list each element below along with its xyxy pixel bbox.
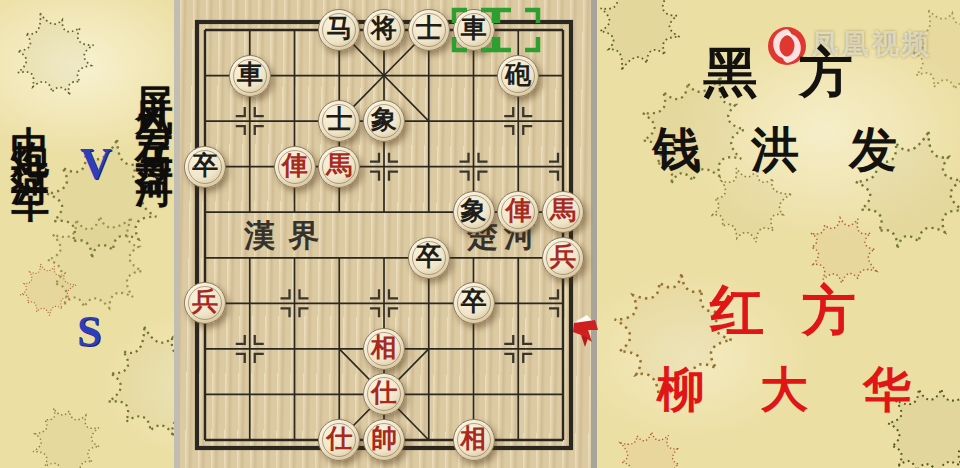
piece-character: 砲	[505, 62, 531, 88]
piece-character: 马	[326, 16, 352, 42]
xiangqi-piece-red[interactable]: 相	[363, 328, 405, 370]
last-move-highlight-bracket	[495, 7, 541, 53]
red-player-name: 柳大华	[657, 366, 960, 414]
last-move-highlight-bracket	[451, 7, 497, 53]
xiangqi-piece-black[interactable]: 卒	[184, 146, 226, 188]
piece-character: 相	[371, 335, 397, 361]
piece-character: 馬	[550, 198, 576, 224]
piece-character: 車	[237, 62, 263, 88]
xiangqi-piece-red[interactable]: 相	[453, 419, 495, 461]
piece-character: 象	[461, 198, 487, 224]
xiangqi-piece-red[interactable]: 馬	[542, 191, 584, 233]
black-side-label: 黑方	[703, 46, 895, 100]
piece-character: 兵	[192, 289, 218, 315]
xiangqi-board[interactable]: 漢界 楚河 马将士車車砲士象卒俥馬象俥馬卒兵兵卒相仕仕帥相	[174, 0, 597, 468]
xiangqi-piece-red[interactable]: 仕	[318, 419, 360, 461]
red-opening-caption: 中炮过河车	[11, 96, 49, 166]
piece-character: 帥	[371, 426, 397, 452]
river-label-left: 漢界	[244, 220, 332, 251]
xiangqi-piece-red[interactable]: 馬	[318, 146, 360, 188]
piece-character: 俥	[282, 153, 308, 179]
broadcast-frame: 漢界 楚河 马将士車車砲士象卒俥馬象俥馬卒兵兵卒相仕仕帥相 中炮过河车 V S …	[0, 0, 960, 468]
xiangqi-piece-black[interactable]: 象	[363, 100, 405, 142]
piece-character: 兵	[550, 244, 576, 270]
black-player-name: 钱洪发	[653, 126, 947, 174]
red-side-label: 红方	[710, 284, 894, 338]
red-arrow-decoration	[573, 314, 599, 350]
piece-character: 卒	[461, 289, 487, 315]
xiangqi-piece-red[interactable]: 兵	[542, 237, 584, 279]
xiangqi-piece-black[interactable]: 象	[453, 191, 495, 233]
xiangqi-piece-black[interactable]: 砲	[497, 55, 539, 97]
piece-character: 俥	[505, 198, 531, 224]
xiangqi-piece-black[interactable]: 将	[363, 9, 405, 51]
versus-letter-v: V	[80, 142, 112, 186]
piece-character: 仕	[326, 426, 352, 452]
xiangqi-piece-red[interactable]: 帥	[363, 419, 405, 461]
piece-character: 馬	[326, 153, 352, 179]
black-opening-caption: 屏风马左马盘河	[135, 56, 173, 154]
piece-character: 卒	[192, 153, 218, 179]
piece-character: 仕	[371, 380, 397, 406]
xiangqi-piece-red[interactable]: 俥	[274, 146, 316, 188]
piece-character: 象	[371, 107, 397, 133]
piece-character: 卒	[416, 244, 442, 270]
xiangqi-piece-black[interactable]: 車	[229, 55, 271, 97]
xiangqi-piece-black[interactable]: 卒	[408, 237, 450, 279]
piece-character: 相	[461, 426, 487, 452]
piece-character: 士	[416, 16, 442, 42]
xiangqi-piece-black[interactable]: 马	[318, 9, 360, 51]
versus-letter-s: S	[77, 310, 101, 354]
piece-character: 士	[326, 107, 352, 133]
xiangqi-piece-black[interactable]: 卒	[453, 282, 495, 324]
piece-character: 将	[371, 16, 397, 42]
xiangqi-piece-black[interactable]: 士	[408, 9, 450, 51]
